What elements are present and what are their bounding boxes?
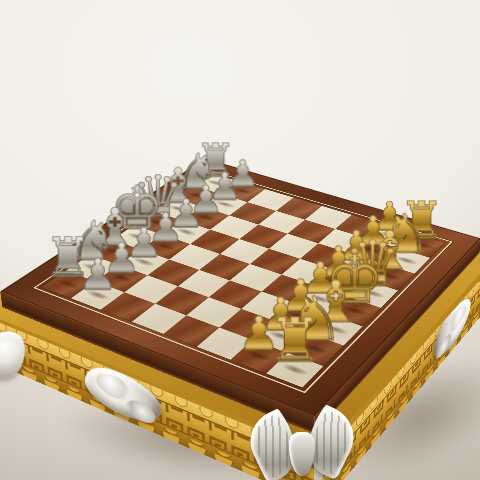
scene: ♜♟♟♜♞♟♟♞♝♟♟♝♛♟♟♛♚♟♟♚♝♟♟♝♞♟♟♞♜♟♟♜ <box>0 0 480 480</box>
pawn-glyph: ♟ <box>79 254 117 295</box>
foot-eagle-body <box>289 432 315 476</box>
piece-gold-rook-h1[interactable]: ♜ <box>262 290 328 369</box>
piece-silver-pawn-h7[interactable]: ♟ <box>68 240 128 295</box>
rook-glyph: ♜ <box>268 312 322 370</box>
silver-winged-foot <box>252 408 352 480</box>
silver-medallion-front <box>83 358 162 433</box>
photo-backdrop: ♜♟♟♜♞♟♟♞♝♟♟♝♛♟♟♛♚♟♟♚♝♟♟♝♞♟♟♞♜♟♟♜ <box>0 0 480 480</box>
